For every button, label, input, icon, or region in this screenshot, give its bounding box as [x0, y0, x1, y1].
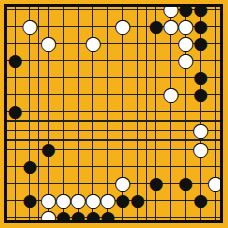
black-stone: ● — [115, 191, 130, 208]
white-stone: ● — [115, 18, 130, 35]
black-stone: ● — [8, 103, 23, 120]
intersection[interactable]: ● — [178, 175, 193, 192]
intersection[interactable] — [178, 69, 193, 86]
intersection[interactable] — [208, 209, 223, 223]
intersection[interactable]: ● — [100, 209, 115, 223]
white-stone: ● — [86, 35, 101, 52]
intersection[interactable] — [8, 175, 23, 192]
black-stone: ● — [193, 191, 208, 208]
intersection[interactable]: ● — [208, 175, 223, 192]
intersection[interactable] — [56, 35, 71, 52]
black-stone: ● — [130, 191, 145, 208]
intersection[interactable] — [71, 158, 86, 175]
white-stone: ● — [163, 18, 178, 35]
intersection[interactable] — [208, 69, 223, 86]
intersection[interactable]: ● — [86, 209, 101, 223]
intersection[interactable] — [130, 158, 145, 175]
intersection[interactable] — [23, 122, 38, 139]
intersection[interactable] — [86, 122, 101, 139]
black-stone: ● — [193, 86, 208, 103]
intersection[interactable]: ● — [41, 209, 56, 223]
intersection[interactable] — [71, 35, 86, 52]
intersection[interactable]: ● — [41, 141, 56, 158]
intersection[interactable] — [8, 209, 23, 223]
intersection[interactable] — [115, 35, 130, 52]
intersection[interactable]: ● — [193, 35, 208, 52]
intersection[interactable] — [71, 52, 86, 69]
black-stone: ● — [23, 191, 38, 208]
intersection[interactable] — [86, 69, 101, 86]
goban: ●●●●●●●●●●●●●●●●●●●●●●●●●●●●●●●●●●●●●●●●… — [4, 4, 223, 223]
black-stone: ● — [193, 35, 208, 52]
intersection[interactable] — [208, 18, 223, 35]
intersection[interactable] — [149, 192, 164, 209]
intersection[interactable] — [23, 86, 38, 103]
intersection[interactable] — [71, 4, 86, 18]
intersection[interactable]: ● — [8, 103, 23, 120]
intersection[interactable] — [193, 158, 208, 175]
black-stone: ● — [149, 174, 164, 191]
intersection[interactable]: ● — [178, 52, 193, 69]
intersection[interactable] — [163, 175, 178, 192]
intersection[interactable] — [115, 86, 130, 103]
intersection[interactable] — [163, 52, 178, 69]
intersection[interactable] — [71, 69, 86, 86]
black-stone: ● — [149, 18, 164, 35]
intersection[interactable] — [130, 69, 145, 86]
intersection[interactable] — [56, 4, 71, 18]
intersection[interactable]: ● — [149, 175, 164, 192]
intersection[interactable] — [208, 192, 223, 209]
intersection[interactable] — [208, 141, 223, 158]
intersection[interactable] — [130, 141, 145, 158]
intersection[interactable] — [130, 209, 145, 223]
black-stone: ● — [178, 174, 193, 191]
black-stone: ● — [100, 208, 115, 223]
intersection[interactable] — [208, 122, 223, 139]
intersection[interactable]: ● — [23, 158, 38, 175]
intersection[interactable] — [56, 69, 71, 86]
white-stone: ● — [193, 121, 208, 138]
intersection[interactable] — [56, 86, 71, 103]
intersection[interactable]: ● — [71, 209, 86, 223]
intersection[interactable]: ● — [23, 192, 38, 209]
intersection[interactable] — [100, 158, 115, 175]
intersection[interactable] — [86, 158, 101, 175]
intersection[interactable] — [130, 52, 145, 69]
intersection[interactable]: ● — [163, 86, 178, 103]
intersection[interactable] — [208, 103, 223, 120]
white-stone: ● — [193, 140, 208, 157]
intersection[interactable] — [130, 18, 145, 35]
black-stone: ● — [23, 157, 38, 174]
intersection[interactable] — [100, 86, 115, 103]
intersection[interactable] — [149, 103, 164, 120]
intersection[interactable] — [41, 122, 56, 139]
intersection[interactable] — [100, 69, 115, 86]
intersection[interactable] — [56, 141, 71, 158]
intersection[interactable] — [8, 4, 23, 18]
white-stone: ● — [41, 208, 56, 223]
intersection[interactable] — [115, 209, 130, 223]
intersection[interactable] — [149, 52, 164, 69]
intersection[interactable] — [100, 103, 115, 120]
intersection[interactable] — [100, 52, 115, 69]
intersection[interactable] — [100, 4, 115, 18]
intersection[interactable]: ● — [23, 18, 38, 35]
intersection[interactable] — [86, 86, 101, 103]
intersection[interactable] — [208, 35, 223, 52]
intersection[interactable]: ● — [193, 122, 208, 139]
intersection[interactable] — [71, 18, 86, 35]
intersection[interactable] — [86, 141, 101, 158]
intersection[interactable] — [130, 86, 145, 103]
intersection[interactable] — [208, 4, 223, 18]
intersection[interactable] — [23, 69, 38, 86]
intersection[interactable] — [178, 209, 193, 223]
intersection[interactable] — [41, 69, 56, 86]
black-stone: ● — [86, 208, 101, 223]
intersection[interactable] — [41, 52, 56, 69]
intersection[interactable] — [149, 35, 164, 52]
intersection[interactable] — [56, 158, 71, 175]
intersection[interactable] — [193, 103, 208, 120]
intersection[interactable] — [193, 209, 208, 223]
white-stone: ● — [23, 18, 38, 35]
intersection[interactable]: ● — [193, 141, 208, 158]
black-stone: ● — [41, 140, 56, 157]
intersection[interactable] — [178, 103, 193, 120]
intersection[interactable] — [100, 122, 115, 139]
intersection[interactable] — [115, 141, 130, 158]
white-stone: ● — [178, 52, 193, 69]
intersection[interactable]: ● — [8, 52, 23, 69]
intersection[interactable] — [115, 103, 130, 120]
intersection[interactable] — [8, 192, 23, 209]
intersection[interactable]: ● — [115, 192, 130, 209]
intersection[interactable] — [115, 69, 130, 86]
intersection[interactable] — [163, 141, 178, 158]
intersection[interactable] — [8, 141, 23, 158]
black-stone: ● — [56, 208, 71, 223]
intersection[interactable] — [41, 103, 56, 120]
intersection[interactable] — [149, 209, 164, 223]
white-stone: ● — [163, 86, 178, 103]
intersection[interactable] — [149, 141, 164, 158]
intersection[interactable] — [163, 35, 178, 52]
intersection[interactable] — [71, 122, 86, 139]
intersection[interactable] — [71, 86, 86, 103]
intersection[interactable] — [163, 158, 178, 175]
intersection[interactable]: ● — [193, 86, 208, 103]
intersection[interactable] — [56, 103, 71, 120]
intersection[interactable] — [23, 35, 38, 52]
intersection[interactable] — [86, 103, 101, 120]
intersection[interactable] — [23, 103, 38, 120]
intersection[interactable] — [41, 4, 56, 18]
black-stone: ● — [8, 52, 23, 69]
intersection[interactable] — [71, 141, 86, 158]
intersection[interactable]: ● — [163, 18, 178, 35]
intersection[interactable] — [208, 52, 223, 69]
intersection[interactable] — [71, 103, 86, 120]
intersection[interactable]: ● — [149, 18, 164, 35]
intersection[interactable] — [178, 86, 193, 103]
intersection[interactable] — [115, 52, 130, 69]
intersection[interactable] — [130, 103, 145, 120]
intersection[interactable] — [100, 141, 115, 158]
intersection[interactable] — [56, 18, 71, 35]
intersection[interactable] — [8, 18, 23, 35]
intersection[interactable] — [178, 192, 193, 209]
white-stone: ● — [208, 174, 223, 191]
board-grid: ●●●●●●●●●●●●●●●●●●●●●●●●●●●●●●●●●●●●●●●●… — [4, 4, 223, 223]
intersection[interactable] — [130, 122, 145, 139]
intersection[interactable] — [163, 103, 178, 120]
intersection[interactable] — [208, 86, 223, 103]
intersection[interactable] — [23, 209, 38, 223]
white-stone: ● — [41, 35, 56, 52]
intersection[interactable] — [130, 35, 145, 52]
intersection[interactable] — [178, 141, 193, 158]
intersection[interactable] — [163, 192, 178, 209]
intersection[interactable] — [8, 158, 23, 175]
intersection[interactable] — [178, 122, 193, 139]
go-board-screenshot: ●●●●●●●●●●●●●●●●●●●●●●●●●●●●●●●●●●●●●●●●… — [0, 0, 228, 228]
intersection[interactable] — [163, 209, 178, 223]
intersection[interactable] — [149, 122, 164, 139]
intersection[interactable] — [100, 18, 115, 35]
intersection[interactable] — [41, 86, 56, 103]
intersection[interactable] — [8, 69, 23, 86]
intersection[interactable] — [56, 52, 71, 69]
intersection[interactable] — [115, 122, 130, 139]
black-stone: ● — [71, 208, 86, 223]
intersection[interactable] — [23, 52, 38, 69]
intersection[interactable] — [86, 52, 101, 69]
intersection[interactable] — [86, 4, 101, 18]
intersection[interactable]: ● — [193, 192, 208, 209]
intersection[interactable]: ● — [56, 209, 71, 223]
intersection[interactable]: ● — [115, 18, 130, 35]
intersection[interactable] — [149, 69, 164, 86]
intersection[interactable] — [130, 4, 145, 18]
intersection[interactable] — [41, 158, 56, 175]
intersection[interactable] — [163, 122, 178, 139]
intersection[interactable] — [100, 35, 115, 52]
intersection[interactable]: ● — [130, 192, 145, 209]
intersection[interactable] — [56, 122, 71, 139]
intersection[interactable] — [149, 86, 164, 103]
intersection[interactable]: ● — [86, 35, 101, 52]
intersection[interactable] — [8, 122, 23, 139]
intersection[interactable]: ● — [41, 35, 56, 52]
